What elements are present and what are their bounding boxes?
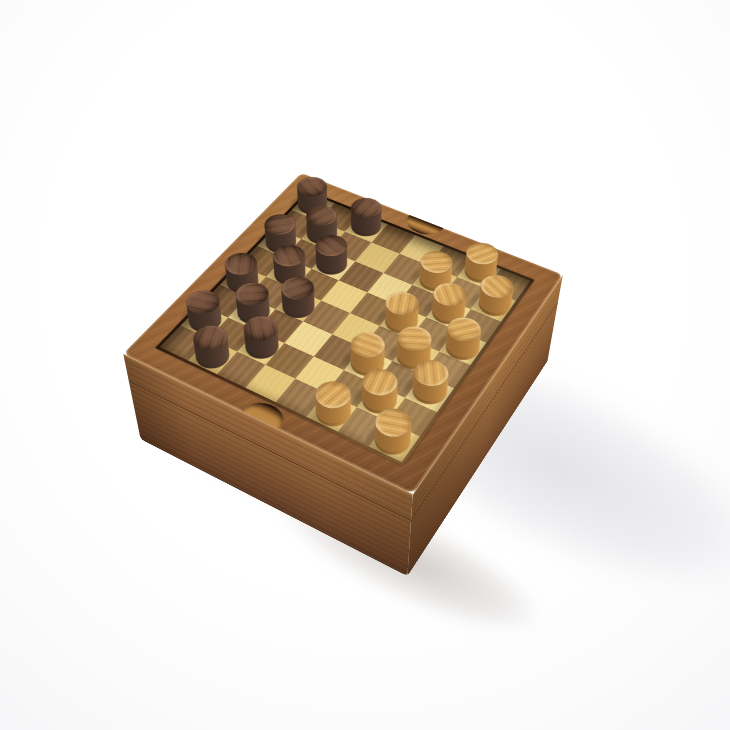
wooden-checkers-box bbox=[123, 173, 563, 494]
product-photo-scene bbox=[0, 0, 730, 730]
piece-top-surface bbox=[350, 332, 384, 357]
